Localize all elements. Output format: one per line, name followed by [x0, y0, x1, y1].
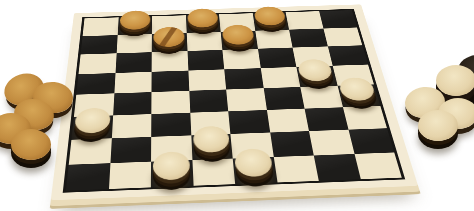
square-a7[interactable]	[69, 138, 112, 164]
square-a8[interactable]	[66, 163, 110, 191]
square-a6[interactable]: ⛀	[71, 115, 112, 140]
square-b8[interactable]	[108, 161, 151, 189]
checker-man-pale-a6[interactable]: ⛀	[74, 107, 111, 133]
checker-man-tan-c2[interactable]: ⛀	[154, 27, 185, 48]
square-f6[interactable]	[266, 108, 309, 132]
square-c2[interactable]: ⛀	[152, 33, 187, 52]
square-b5[interactable]	[113, 92, 152, 115]
square-d2[interactable]	[186, 32, 222, 51]
square-h5[interactable]: ⛀	[337, 84, 380, 107]
board-perspective-wrapper: ⛀⛀⛀⛀⛀⛀⛀⛀⛀⛀⛀	[52, 0, 420, 193]
checker-man-pale-h5[interactable]: ⛀	[337, 77, 376, 101]
square-h1[interactable]	[319, 10, 357, 28]
square-b6[interactable]	[111, 114, 151, 138]
checker-man-pale-c8[interactable]: ⛀	[153, 151, 190, 180]
square-c6[interactable]	[151, 112, 191, 136]
square-h3[interactable]	[327, 45, 367, 65]
square-d5[interactable]	[189, 90, 228, 113]
square-g4[interactable]: ⛀	[296, 66, 337, 87]
square-f5[interactable]	[263, 87, 304, 110]
square-b1[interactable]: ⛀	[117, 16, 152, 35]
square-e6[interactable]	[228, 110, 270, 134]
checker-man-pale-e8[interactable]: ⛀	[234, 148, 274, 177]
square-e3[interactable]	[222, 49, 260, 69]
checker-man-tan-e2[interactable]: ⛀	[222, 24, 255, 45]
square-f7[interactable]	[270, 131, 314, 157]
square-b3[interactable]	[115, 52, 152, 73]
square-b4[interactable]	[114, 72, 152, 94]
square-d8[interactable]	[192, 158, 235, 185]
square-h6[interactable]	[342, 106, 387, 130]
square-b2[interactable]	[116, 34, 152, 54]
square-f2[interactable]	[255, 29, 293, 48]
square-g2[interactable]	[289, 28, 327, 47]
square-e5[interactable]	[226, 88, 266, 111]
square-c4[interactable]	[151, 70, 188, 92]
square-a1[interactable]	[83, 17, 119, 36]
square-c8[interactable]: ⛀	[151, 160, 193, 188]
checker-man-pale-g4[interactable]: ⛀	[297, 59, 334, 82]
square-f8[interactable]	[273, 155, 318, 182]
square-h8[interactable]	[354, 152, 402, 179]
square-e8[interactable]: ⛀	[233, 157, 277, 184]
square-c3[interactable]	[152, 51, 188, 72]
square-h2[interactable]	[323, 27, 362, 46]
square-e4[interactable]	[224, 68, 263, 90]
checker-man-tan-d1[interactable]: ⛀	[187, 8, 218, 28]
square-e2[interactable]: ⛀	[221, 31, 258, 50]
square-g5[interactable]	[300, 86, 342, 109]
square-g7[interactable]	[309, 130, 354, 156]
board-grid: ⛀⛀⛀⛀⛀⛀⛀⛀⛀⛀⛀	[63, 9, 406, 193]
square-d4[interactable]	[188, 69, 226, 91]
square-f1[interactable]: ⛀	[252, 12, 289, 30]
square-c5[interactable]	[151, 91, 190, 114]
square-g6[interactable]	[305, 107, 349, 131]
square-d1[interactable]: ⛀	[186, 14, 221, 32]
square-g1[interactable]	[286, 11, 323, 29]
checker-man-pale-d7[interactable]: ⛀	[193, 126, 230, 153]
checker-man-tan-b1[interactable]: ⛀	[119, 10, 150, 30]
square-a4[interactable]	[76, 73, 115, 95]
square-d3[interactable]	[187, 50, 224, 70]
square-a2[interactable]	[81, 35, 118, 55]
spare-checker-pale-right-6[interactable]: ⛀	[418, 110, 458, 141]
square-f3[interactable]	[258, 48, 297, 68]
checker-man-tan-f1[interactable]: ⛀	[253, 6, 286, 25]
square-a3[interactable]	[79, 53, 117, 74]
spare-checker-tan-left-5[interactable]: ⛀	[11, 129, 51, 160]
checkers-product-photo: ⛀⛀⛀⛀⛀⛀⛀⛀⛀⛀⛀ ⛀⛀⛀⛀⛀ ⛂⛂⛀⛀⛀⛀	[0, 0, 474, 211]
square-g8[interactable]	[314, 154, 361, 181]
square-f4[interactable]	[260, 67, 300, 89]
checkers-board: ⛀⛀⛀⛀⛀⛀⛀⛀⛀⛀⛀	[51, 4, 418, 200]
square-d7[interactable]: ⛀	[191, 134, 233, 160]
square-b7[interactable]	[110, 137, 151, 163]
square-h7[interactable]	[348, 128, 394, 153]
